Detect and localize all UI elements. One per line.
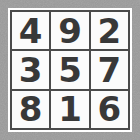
cell-r1c2: 7 — [91, 51, 128, 88]
cell-r0c1: 9 — [51, 12, 88, 49]
cell-r2c1: 1 — [51, 91, 88, 128]
cell-r1c0: 3 — [12, 51, 49, 88]
board-frame: 4 9 2 3 5 7 8 1 6 — [10, 10, 130, 130]
cell-r0c2: 2 — [91, 12, 128, 49]
cell-r0c0: 4 — [12, 12, 49, 49]
cell-r1c1: 5 — [51, 51, 88, 88]
cell-r2c0: 8 — [12, 91, 49, 128]
magic-square-board: 4 9 2 3 5 7 8 1 6 — [8, 8, 132, 132]
cell-r2c2: 6 — [91, 91, 128, 128]
